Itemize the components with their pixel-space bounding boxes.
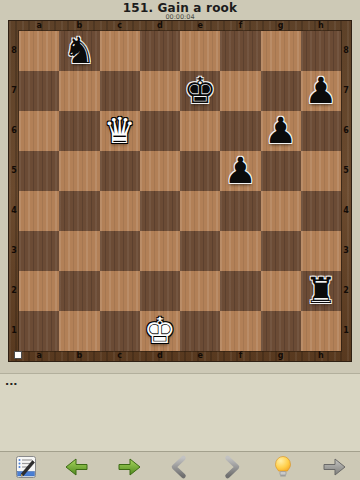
square-b2[interactable] [59,271,99,311]
coord-label: 2 [341,271,351,311]
square-g3[interactable] [261,231,301,271]
square-c6[interactable]: ♛ [100,111,140,151]
board-grid: ♞♚♟♛♟♟♜♚ [19,31,341,351]
square-g2[interactable] [261,271,301,311]
square-f4[interactable] [220,191,260,231]
square-a2[interactable] [19,271,59,311]
move-list-text: ... [5,375,18,388]
step-back-button[interactable] [166,453,194,480]
lightbulb-icon [270,454,296,480]
coord-label: c [100,21,140,31]
gray-arrow-right-icon [321,454,347,480]
hint-button[interactable] [269,453,297,480]
coord-label: 5 [9,151,19,191]
next-puzzle-button[interactable] [115,453,143,480]
square-f6[interactable] [220,111,260,151]
square-f1[interactable] [220,311,260,351]
square-b7[interactable] [59,71,99,111]
square-e5[interactable] [180,151,220,191]
move-list-panel[interactable]: ... [0,373,360,452]
square-c8[interactable] [100,31,140,71]
chevron-right-icon [218,454,244,480]
square-f2[interactable] [220,271,260,311]
rank-labels-right: 87654321 [341,31,351,351]
square-c4[interactable] [100,191,140,231]
black-pawn[interactable]: ♟ [264,113,296,149]
coord-label: e [180,21,220,31]
square-b6[interactable] [59,111,99,151]
square-e4[interactable] [180,191,220,231]
coord-label: d [140,351,180,361]
file-labels-bottom: abcdefgh [19,351,341,361]
coord-label: d [140,21,180,31]
square-e2[interactable] [180,271,220,311]
square-h5[interactable] [301,151,341,191]
square-h7[interactable]: ♟ [301,71,341,111]
coord-label: 7 [9,71,19,111]
square-d7[interactable] [140,71,180,111]
square-g8[interactable] [261,31,301,71]
coord-label: e [180,351,220,361]
square-a8[interactable] [19,31,59,71]
to-move-indicator [14,351,22,359]
coord-label: 3 [9,231,19,271]
chevron-left-icon [167,454,193,480]
square-h4[interactable] [301,191,341,231]
square-b3[interactable] [59,231,99,271]
coord-label: a [19,351,59,361]
square-c5[interactable] [100,151,140,191]
coord-label: 1 [341,311,351,351]
square-d2[interactable] [140,271,180,311]
black-pawn[interactable]: ♟ [305,73,337,109]
coord-label: 2 [9,271,19,311]
coord-label: 4 [9,191,19,231]
coord-label: g [261,21,301,31]
chess-board: abcdefgh abcdefgh 87654321 87654321 ♞♚♟♛… [8,20,352,362]
notepad-edit-icon [13,454,39,480]
coord-label: 5 [341,151,351,191]
coord-label: 7 [341,71,351,111]
square-c1[interactable] [100,311,140,351]
square-f3[interactable] [220,231,260,271]
coord-label: b [59,351,99,361]
square-e3[interactable] [180,231,220,271]
coord-label: 4 [341,191,351,231]
square-h3[interactable] [301,231,341,271]
square-b8[interactable]: ♞ [59,31,99,71]
square-g6[interactable]: ♟ [261,111,301,151]
square-h2[interactable]: ♜ [301,271,341,311]
square-d6[interactable] [140,111,180,151]
coord-label: 3 [341,231,351,271]
square-c2[interactable] [100,271,140,311]
coord-label: 8 [341,31,351,71]
square-b5[interactable] [59,151,99,191]
square-a5[interactable] [19,151,59,191]
square-a6[interactable] [19,111,59,151]
square-e6[interactable] [180,111,220,151]
square-c7[interactable] [100,71,140,111]
coord-label: 1 [9,311,19,351]
coord-label: f [220,351,260,361]
white-king[interactable]: ♚ [144,313,176,349]
square-a1[interactable] [19,311,59,351]
coord-label: h [301,351,341,361]
white-queen[interactable]: ♛ [103,113,135,149]
square-d5[interactable] [140,151,180,191]
square-g1[interactable] [261,311,301,351]
square-f8[interactable] [220,31,260,71]
square-e8[interactable] [180,31,220,71]
square-b4[interactable] [59,191,99,231]
square-c3[interactable] [100,231,140,271]
black-knight[interactable]: ♞ [63,33,95,69]
square-d4[interactable] [140,191,180,231]
coord-label: h [301,21,341,31]
toolbar [0,453,360,480]
square-g7[interactable] [261,71,301,111]
coord-label: f [220,21,260,31]
square-d1[interactable]: ♚ [140,311,180,351]
square-h8[interactable] [301,31,341,71]
square-a4[interactable] [19,191,59,231]
black-rook[interactable]: ♜ [305,273,337,309]
square-a7[interactable] [19,71,59,111]
coord-label: 6 [341,111,351,151]
coord-label: g [261,351,301,361]
prev-puzzle-button[interactable] [63,453,91,480]
black-pawn[interactable]: ♟ [224,153,256,189]
square-a3[interactable] [19,231,59,271]
square-h1[interactable] [301,311,341,351]
black-king[interactable]: ♚ [184,73,216,109]
skip-button[interactable] [320,453,348,480]
coord-label: c [100,351,140,361]
coord-label: 6 [9,111,19,151]
square-b1[interactable] [59,311,99,351]
square-d8[interactable] [140,31,180,71]
square-h6[interactable] [301,111,341,151]
step-forward-button[interactable] [217,453,245,480]
square-e7[interactable]: ♚ [180,71,220,111]
green-arrow-right-icon [116,454,142,480]
coord-label: a [19,21,59,31]
square-f5[interactable]: ♟ [220,151,260,191]
square-e1[interactable] [180,311,220,351]
square-g4[interactable] [261,191,301,231]
square-g5[interactable] [261,151,301,191]
square-d3[interactable] [140,231,180,271]
coord-label: 8 [9,31,19,71]
rank-labels-left: 87654321 [9,31,19,351]
move-list-button[interactable] [12,453,40,480]
square-f7[interactable] [220,71,260,111]
green-arrow-left-icon [64,454,90,480]
